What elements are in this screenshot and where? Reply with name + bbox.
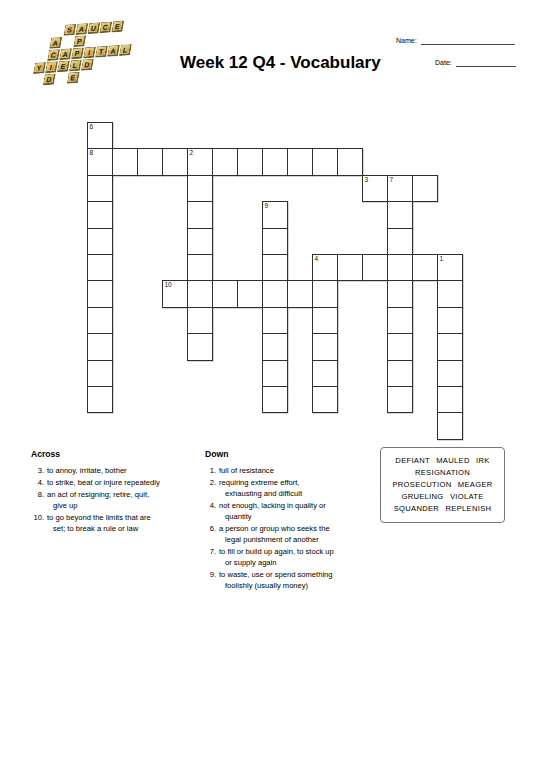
grid-cell[interactable] [387, 386, 413, 413]
across-clues-section: Across 3.to annoy, irritate, bother4.to … [31, 449, 199, 535]
down-clues-section: Down 1.full of resistance2.requiring ext… [205, 449, 381, 592]
across-clues-list: 3.to annoy, irritate, bother4.to strike,… [31, 465, 199, 534]
letter-tile: E [67, 72, 80, 84]
down-heading: Down [205, 449, 381, 460]
grid-cell[interactable]: 4 [312, 254, 338, 281]
grid-cell[interactable] [312, 307, 338, 334]
clue-item-text: to fill or build up again, to stock upor… [219, 546, 381, 568]
grid-cell[interactable] [262, 307, 288, 334]
clue-item-number: 4. [205, 500, 216, 522]
grid-cell[interactable] [87, 175, 113, 202]
clue-number: 1 [440, 255, 444, 263]
grid-cell[interactable] [162, 148, 188, 176]
clue-item: 1.full of resistance [205, 465, 381, 476]
clue-item-text: full of resistance [219, 465, 381, 476]
grid-cell[interactable] [262, 360, 288, 387]
grid-cell[interactable]: 10 [162, 280, 188, 308]
worksheet-page: SAUCEAPCAPITALYIELDDE Week 12 Q4 - Vocab… [0, 0, 548, 776]
clue-item: 9.to waste, use or spend somethingfoolis… [205, 569, 381, 591]
clue-number: 2 [190, 149, 194, 157]
clue-item-number: 1. [205, 465, 216, 476]
grid-cell[interactable] [437, 307, 463, 334]
grid-cell[interactable] [387, 201, 413, 229]
grid-cell[interactable] [437, 280, 463, 308]
grid-cell[interactable] [337, 254, 363, 281]
grid-cell[interactable] [387, 307, 413, 334]
clue-item-text: a person or group who seeks thelegal pun… [219, 523, 381, 545]
clue-item-number: 4. [31, 477, 44, 488]
clue-item: 7.to fill or build up again, to stock up… [205, 546, 381, 568]
grid-cell[interactable] [187, 307, 213, 334]
grid-cell[interactable]: 9 [262, 201, 288, 229]
grid-cell[interactable] [187, 175, 213, 202]
clue-item-number: 7. [205, 546, 216, 568]
grid-cell[interactable] [187, 333, 213, 361]
grid-cell[interactable] [237, 148, 263, 176]
name-blank-line[interactable] [421, 35, 515, 45]
clue-item-number: 6. [205, 523, 216, 545]
grid-cell[interactable] [237, 280, 263, 308]
grid-cell[interactable] [312, 360, 338, 387]
clue-number: 10 [165, 281, 172, 289]
clue-number: 7 [390, 176, 394, 184]
grid-cell[interactable] [337, 148, 363, 176]
grid-cell[interactable] [87, 228, 113, 255]
word-bank-line: RESIGNATION [415, 467, 470, 479]
clue-item: 8.an act of resigning; retire, quit,give… [31, 489, 199, 511]
date-field: Date: [435, 57, 516, 67]
clue-item-number: 3. [31, 465, 44, 476]
letter-tile: P [73, 35, 86, 47]
grid-cell[interactable] [262, 386, 288, 413]
name-field: Name: [396, 35, 515, 45]
crossword-logo: SAUCEAPCAPITALYIELDDE [36, 24, 146, 104]
grid-cell[interactable] [212, 280, 238, 308]
grid-cell[interactable] [87, 360, 113, 387]
grid-cell[interactable] [187, 280, 213, 308]
clue-item-text: to go beyond the limits that areset; to … [47, 512, 199, 534]
grid-cell[interactable] [412, 175, 438, 202]
crossword-grid: 6823794110 [87, 122, 465, 442]
word-bank-line: PROSECUTION MEAGER [392, 479, 492, 491]
date-blank-line[interactable] [456, 57, 516, 67]
grid-cell[interactable] [387, 280, 413, 308]
clue-number: 3 [365, 176, 369, 184]
grid-cell[interactable]: 3 [362, 175, 388, 202]
grid-cell[interactable] [312, 333, 338, 361]
grid-cell[interactable] [262, 254, 288, 281]
page-title: Week 12 Q4 - Vocabulary [180, 53, 381, 73]
grid-cell[interactable] [312, 386, 338, 413]
letter-tile: D [81, 59, 94, 71]
grid-cell[interactable] [387, 360, 413, 387]
letter-tile: L [119, 44, 132, 56]
grid-cell[interactable] [87, 386, 113, 413]
letter-tile: A [49, 37, 62, 49]
clue-item-text: to strike, beat or injure repeatedly [47, 477, 199, 488]
grid-cell[interactable] [437, 360, 463, 387]
down-clues-list: 1.full of resistance2.requiring extreme … [205, 465, 381, 591]
grid-cell[interactable] [262, 228, 288, 255]
logo-tile-board: SAUCEAPCAPITALYIELDDE [27, 19, 151, 108]
grid-cell[interactable]: 1 [437, 254, 463, 281]
grid-cell[interactable]: 6 [87, 122, 113, 149]
across-heading: Across [31, 449, 199, 460]
clue-item: 4.to strike, beat or injure repeatedly [31, 477, 199, 488]
clue-item: 3.to annoy, irritate, bother [31, 465, 199, 476]
grid-cell[interactable] [137, 148, 163, 176]
clue-item-number: 8. [31, 489, 44, 511]
grid-cell[interactable] [437, 412, 463, 440]
name-label: Name: [396, 37, 417, 45]
grid-cell[interactable]: 8 [87, 148, 113, 176]
grid-cell[interactable] [387, 228, 413, 255]
clue-item-text: not enough, lacking in quality orquantit… [219, 500, 381, 522]
grid-cell[interactable] [87, 307, 113, 334]
word-bank-line: SQUANDER REPLENISH [394, 503, 492, 515]
clue-item-text: to annoy, irritate, bother [47, 465, 199, 476]
grid-cell[interactable] [87, 280, 113, 308]
clue-number: 6 [90, 123, 94, 131]
grid-cell[interactable] [262, 333, 288, 361]
clue-item: 6.a person or group who seeks thelegal p… [205, 523, 381, 545]
grid-cell[interactable] [187, 254, 213, 281]
clue-item-number: 10. [31, 512, 44, 534]
clue-item-text: requiring extreme effort,exhausting and … [219, 477, 381, 499]
clue-item: 10.to go beyond the limits that areset; … [31, 512, 199, 534]
clue-item-number: 2. [205, 477, 216, 499]
grid-cell[interactable] [87, 254, 113, 281]
grid-cell[interactable] [287, 280, 313, 308]
grid-cell[interactable]: 7 [387, 175, 413, 202]
grid-cell[interactable] [387, 254, 413, 281]
word-bank-line: DEFIANT MAULED IRK [395, 455, 489, 467]
clue-item-text: an act of resigning; retire, quit,give u… [47, 489, 199, 511]
letter-tile: D [43, 73, 56, 85]
grid-cell[interactable] [262, 148, 288, 176]
grid-cell[interactable] [87, 333, 113, 361]
clue-item: 4.not enough, lacking in quality orquant… [205, 500, 381, 522]
grid-cell[interactable] [187, 228, 213, 255]
grid-cell[interactable] [412, 254, 438, 281]
letter-tile: E [111, 21, 124, 33]
grid-cell[interactable] [437, 333, 463, 361]
grid-cell[interactable] [212, 148, 238, 176]
grid-cell[interactable] [87, 201, 113, 229]
word-bank-line: GRUELING VIOLATE [401, 491, 483, 503]
grid-cell[interactable]: 2 [187, 148, 213, 176]
clue-item-text: to waste, use or spend somethingfoolishl… [219, 569, 381, 591]
grid-cell[interactable] [187, 201, 213, 229]
grid-cell[interactable] [362, 254, 388, 281]
grid-cell[interactable] [312, 148, 338, 176]
clue-item-number: 9. [205, 569, 216, 591]
grid-cell[interactable] [437, 386, 463, 413]
grid-cell[interactable] [112, 148, 138, 176]
grid-cell[interactable] [312, 280, 338, 308]
word-bank: DEFIANT MAULED IRKRESIGNATIONPROSECUTION… [380, 447, 505, 523]
grid-cell[interactable] [387, 333, 413, 361]
clue-item: 2.requiring extreme effort,exhausting an… [205, 477, 381, 499]
clue-number: 4 [315, 255, 319, 263]
clue-number: 8 [90, 149, 94, 157]
grid-cell[interactable] [287, 148, 313, 176]
grid-cell[interactable] [262, 280, 288, 308]
clue-number: 9 [265, 202, 269, 210]
date-label: Date: [435, 59, 452, 67]
